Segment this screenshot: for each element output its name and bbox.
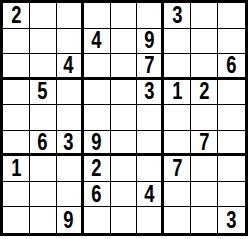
cell-r3c7[interactable] — [164, 54, 191, 80]
cell-r8c3[interactable] — [57, 182, 84, 208]
cell-r8c7[interactable] — [164, 182, 191, 208]
cell-r7c3[interactable] — [57, 156, 84, 182]
cell-r3c3[interactable]: 4 — [57, 54, 84, 80]
given-digit: 3 — [172, 4, 182, 27]
cell-r5c7[interactable] — [164, 105, 191, 131]
cell-r9c8[interactable] — [191, 207, 218, 233]
given-digit: 7 — [172, 157, 182, 180]
cell-r8c9[interactable] — [218, 182, 245, 208]
given-digit: 4 — [64, 54, 74, 77]
given-digit: 2 — [11, 4, 21, 27]
cell-r1c5[interactable] — [111, 3, 138, 29]
cell-r7c7[interactable]: 7 — [164, 156, 191, 182]
cell-r1c8[interactable] — [191, 3, 218, 29]
cell-r7c2[interactable] — [30, 156, 57, 182]
cell-r9c4[interactable] — [84, 207, 111, 233]
cell-r1c4[interactable] — [84, 3, 111, 29]
cell-r9c2[interactable] — [30, 207, 57, 233]
cell-r2c4[interactable]: 4 — [84, 29, 111, 55]
cell-r8c1[interactable] — [3, 182, 30, 208]
cell-r6c4[interactable]: 9 — [84, 131, 111, 157]
cell-r1c2[interactable] — [30, 3, 57, 29]
cell-r1c9[interactable] — [218, 3, 245, 29]
given-digit: 7 — [144, 54, 154, 77]
given-digit: 3 — [226, 209, 236, 232]
given-digit: 1 — [11, 157, 21, 180]
cell-r4c8[interactable]: 2 — [191, 80, 218, 106]
cell-r3c4[interactable] — [84, 54, 111, 80]
cell-r6c5[interactable] — [111, 131, 138, 157]
cell-r2c8[interactable] — [191, 29, 218, 55]
cell-r8c2[interactable] — [30, 182, 57, 208]
cell-r5c2[interactable] — [30, 105, 57, 131]
cell-r1c3[interactable] — [57, 3, 84, 29]
cell-r6c8[interactable]: 7 — [191, 131, 218, 157]
cell-r3c8[interactable] — [191, 54, 218, 80]
cell-r5c4[interactable] — [84, 105, 111, 131]
given-digit: 9 — [144, 29, 154, 52]
cell-r2c7[interactable] — [164, 29, 191, 55]
given-digit: 2 — [199, 80, 209, 103]
cell-r7c8[interactable] — [191, 156, 218, 182]
cell-r6c2[interactable]: 6 — [30, 131, 57, 157]
given-digit: 3 — [64, 131, 74, 154]
given-digit: 9 — [64, 209, 74, 232]
cell-r8c5[interactable] — [111, 182, 138, 208]
cell-r4c6[interactable]: 3 — [137, 80, 164, 106]
cell-r3c1[interactable] — [3, 54, 30, 80]
cell-r5c9[interactable] — [218, 105, 245, 131]
cell-r5c8[interactable] — [191, 105, 218, 131]
cell-r8c6[interactable]: 4 — [137, 182, 164, 208]
given-digit: 5 — [38, 80, 48, 103]
given-digit: 2 — [91, 157, 101, 180]
cell-r4c1[interactable] — [3, 80, 30, 106]
cell-r9c1[interactable] — [3, 207, 30, 233]
cell-r4c4[interactable] — [84, 80, 111, 106]
cell-r2c2[interactable] — [30, 29, 57, 55]
given-digit: 7 — [199, 131, 209, 154]
cell-r2c6[interactable]: 9 — [137, 29, 164, 55]
cell-r2c9[interactable] — [218, 29, 245, 55]
cell-r7c5[interactable] — [111, 156, 138, 182]
cell-r3c9[interactable]: 6 — [218, 54, 245, 80]
cell-r6c9[interactable] — [218, 131, 245, 157]
cell-r3c2[interactable] — [30, 54, 57, 80]
given-digit: 6 — [91, 183, 101, 206]
given-digit: 6 — [38, 131, 48, 154]
sudoku-puzzle: 2349476531263971276493 — [0, 0, 248, 239]
cell-r7c6[interactable] — [137, 156, 164, 182]
cell-r6c3[interactable]: 3 — [57, 131, 84, 157]
given-digit: 1 — [172, 80, 182, 103]
given-digit: 9 — [91, 131, 101, 154]
cell-r8c8[interactable] — [191, 182, 218, 208]
cell-r5c6[interactable] — [137, 105, 164, 131]
cell-r3c6[interactable]: 7 — [137, 54, 164, 80]
cell-r1c7[interactable]: 3 — [164, 3, 191, 29]
cell-r4c5[interactable] — [111, 80, 138, 106]
cell-r7c4[interactable]: 2 — [84, 156, 111, 182]
cell-r9c7[interactable] — [164, 207, 191, 233]
cell-r9c6[interactable] — [137, 207, 164, 233]
sudoku-board: 2349476531263971276493 — [0, 0, 248, 236]
cell-r2c1[interactable] — [3, 29, 30, 55]
cell-r9c3[interactable]: 9 — [57, 207, 84, 233]
cell-r4c7[interactable]: 1 — [164, 80, 191, 106]
cell-r5c5[interactable] — [111, 105, 138, 131]
cell-r7c1[interactable]: 1 — [3, 156, 30, 182]
cell-r6c1[interactable] — [3, 131, 30, 157]
cell-r9c5[interactable] — [111, 207, 138, 233]
cell-r9c9[interactable]: 3 — [218, 207, 245, 233]
cell-r6c6[interactable] — [137, 131, 164, 157]
cell-r1c6[interactable] — [137, 3, 164, 29]
given-digit: 6 — [226, 54, 236, 77]
cell-r5c1[interactable] — [3, 105, 30, 131]
cell-r8c4[interactable]: 6 — [84, 182, 111, 208]
cell-r3c5[interactable] — [111, 54, 138, 80]
cell-r4c2[interactable]: 5 — [30, 80, 57, 106]
cell-r4c9[interactable] — [218, 80, 245, 106]
cell-r5c3[interactable] — [57, 105, 84, 131]
cell-r6c7[interactable] — [164, 131, 191, 157]
given-digit: 4 — [91, 29, 101, 52]
cell-r4c3[interactable] — [57, 80, 84, 106]
given-digit: 3 — [144, 80, 154, 103]
given-digit: 4 — [144, 183, 154, 206]
cell-r2c3[interactable] — [57, 29, 84, 55]
cell-r1c1[interactable]: 2 — [3, 3, 30, 29]
cell-r2c5[interactable] — [111, 29, 138, 55]
cell-r7c9[interactable] — [218, 156, 245, 182]
